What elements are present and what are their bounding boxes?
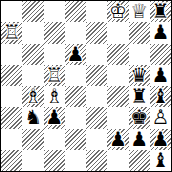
white-rook: ♖ (3, 22, 21, 43)
square-c7[interactable] (44, 22, 65, 43)
square-a6[interactable] (1, 44, 22, 65)
square-a3[interactable] (1, 107, 22, 128)
square-d3[interactable] (65, 107, 86, 128)
square-e6[interactable] (86, 44, 107, 65)
white-pawn: ♙ (151, 107, 169, 128)
square-e8[interactable] (86, 1, 107, 22)
black-pawn: ♟ (109, 129, 127, 150)
square-d4[interactable] (65, 86, 86, 107)
square-f6[interactable] (107, 44, 128, 65)
square-d5[interactable] (65, 65, 86, 86)
chess-board: ♔♕♜♖♟♟♖♛♟♗♗♜♝♞♟♚♙♟♟♟♝ (0, 0, 172, 172)
square-c8[interactable] (44, 1, 65, 22)
square-f8[interactable]: ♔ (107, 1, 128, 22)
square-c1[interactable] (44, 150, 65, 171)
white-queen: ♕ (130, 1, 148, 22)
black-pawn: ♟ (130, 129, 148, 150)
square-b7[interactable] (22, 22, 43, 43)
black-bishop: ♝ (151, 150, 169, 171)
square-c3[interactable]: ♟ (44, 107, 65, 128)
square-f2[interactable]: ♟ (107, 129, 128, 150)
square-a7[interactable]: ♖ (1, 22, 22, 43)
square-c5[interactable]: ♖ (44, 65, 65, 86)
square-h3[interactable]: ♙ (150, 107, 171, 128)
square-g5[interactable]: ♛ (129, 65, 150, 86)
square-e4[interactable] (86, 86, 107, 107)
square-f3[interactable] (107, 107, 128, 128)
black-pawn: ♟ (151, 129, 169, 150)
black-rook: ♜ (151, 1, 169, 22)
square-g1[interactable] (129, 150, 150, 171)
square-h2[interactable]: ♟ (150, 129, 171, 150)
square-h7[interactable]: ♟ (150, 22, 171, 43)
square-a4[interactable] (1, 86, 22, 107)
square-c4[interactable]: ♗ (44, 86, 65, 107)
square-g7[interactable] (129, 22, 150, 43)
black-knight: ♞ (24, 107, 42, 128)
square-h8[interactable]: ♜ (150, 1, 171, 22)
black-pawn: ♟ (151, 22, 169, 43)
square-c2[interactable] (44, 129, 65, 150)
square-b5[interactable] (22, 65, 43, 86)
square-a8[interactable] (1, 1, 22, 22)
square-d6[interactable]: ♟ (65, 44, 86, 65)
square-f7[interactable] (107, 22, 128, 43)
square-b2[interactable] (22, 129, 43, 150)
square-d1[interactable] (65, 150, 86, 171)
square-c6[interactable] (44, 44, 65, 65)
square-b3[interactable]: ♞ (22, 107, 43, 128)
square-g6[interactable] (129, 44, 150, 65)
square-d7[interactable] (65, 22, 86, 43)
square-e3[interactable] (86, 107, 107, 128)
square-f4[interactable] (107, 86, 128, 107)
square-b6[interactable] (22, 44, 43, 65)
white-king: ♔ (109, 1, 127, 22)
square-g2[interactable]: ♟ (129, 129, 150, 150)
square-g4[interactable]: ♜ (129, 86, 150, 107)
square-a5[interactable] (1, 65, 22, 86)
square-h5[interactable]: ♟ (150, 65, 171, 86)
black-rook: ♜ (130, 86, 148, 107)
square-e1[interactable] (86, 150, 107, 171)
black-pawn: ♟ (151, 65, 169, 86)
square-e2[interactable] (86, 129, 107, 150)
square-a1[interactable] (1, 150, 22, 171)
black-bishop: ♝ (151, 86, 169, 107)
black-queen: ♛ (130, 65, 148, 86)
square-a2[interactable] (1, 129, 22, 150)
square-e5[interactable] (86, 65, 107, 86)
square-h1[interactable]: ♝ (150, 150, 171, 171)
square-b4[interactable]: ♗ (22, 86, 43, 107)
square-h6[interactable] (150, 44, 171, 65)
square-f1[interactable] (107, 150, 128, 171)
black-pawn: ♟ (45, 107, 63, 128)
black-king: ♚ (130, 107, 148, 128)
square-g3[interactable]: ♚ (129, 107, 150, 128)
square-d2[interactable] (65, 129, 86, 150)
square-b1[interactable] (22, 150, 43, 171)
white-bishop: ♗ (45, 86, 63, 107)
square-e7[interactable] (86, 22, 107, 43)
square-g8[interactable]: ♕ (129, 1, 150, 22)
square-f5[interactable] (107, 65, 128, 86)
black-pawn: ♟ (66, 44, 84, 65)
square-d8[interactable] (65, 1, 86, 22)
white-bishop: ♗ (24, 86, 42, 107)
square-b8[interactable] (22, 1, 43, 22)
square-h4[interactable]: ♝ (150, 86, 171, 107)
white-rook: ♖ (45, 65, 63, 86)
